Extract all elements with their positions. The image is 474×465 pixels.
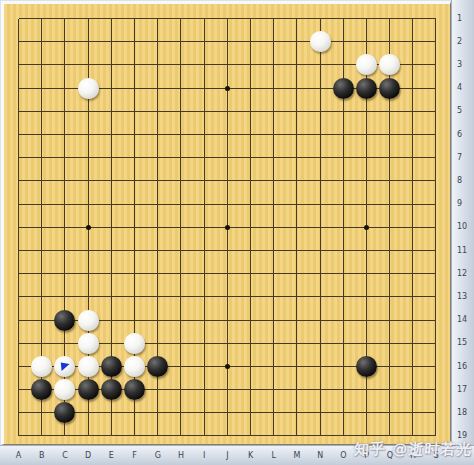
intersection-R13[interactable] [401, 285, 424, 308]
intersection-I6[interactable] [193, 123, 216, 146]
intersection-A2[interactable] [7, 30, 30, 53]
intersection-O18[interactable] [332, 401, 355, 424]
intersection-A1[interactable] [7, 7, 30, 30]
intersection-I8[interactable] [193, 169, 216, 192]
intersection-O16[interactable] [332, 355, 355, 378]
intersection-S15[interactable] [424, 332, 447, 355]
intersection-O2[interactable] [332, 30, 355, 53]
intersection-E17[interactable] [100, 378, 123, 401]
intersection-M2[interactable] [285, 30, 308, 53]
intersection-R9[interactable] [401, 193, 424, 216]
intersection-N9[interactable] [308, 193, 331, 216]
intersection-Q13[interactable] [378, 285, 401, 308]
intersection-I17[interactable] [193, 378, 216, 401]
intersection-M7[interactable] [285, 146, 308, 169]
intersection-P6[interactable] [355, 123, 378, 146]
intersection-B6[interactable] [30, 123, 53, 146]
intersection-C1[interactable] [53, 7, 76, 30]
intersection-G5[interactable] [146, 100, 169, 123]
intersection-J8[interactable] [216, 169, 239, 192]
intersection-L7[interactable] [262, 146, 285, 169]
intersection-K11[interactable] [239, 239, 262, 262]
intersection-L17[interactable] [262, 378, 285, 401]
intersection-F6[interactable] [123, 123, 146, 146]
intersection-C18[interactable] [53, 401, 76, 424]
intersection-P17[interactable] [355, 378, 378, 401]
intersection-L2[interactable] [262, 30, 285, 53]
intersection-F17[interactable] [123, 378, 146, 401]
intersection-J15[interactable] [216, 332, 239, 355]
intersection-O3[interactable] [332, 53, 355, 76]
intersection-C6[interactable] [53, 123, 76, 146]
intersection-D1[interactable] [77, 7, 100, 30]
intersection-S5[interactable] [424, 100, 447, 123]
intersection-H18[interactable] [169, 401, 192, 424]
intersection-E12[interactable] [100, 262, 123, 285]
intersection-H4[interactable] [169, 77, 192, 100]
intersection-A8[interactable] [7, 169, 30, 192]
intersection-S3[interactable] [424, 53, 447, 76]
intersection-J16[interactable] [216, 355, 239, 378]
intersection-F7[interactable] [123, 146, 146, 169]
intersection-K5[interactable] [239, 100, 262, 123]
intersection-E7[interactable] [100, 146, 123, 169]
intersection-H14[interactable] [169, 308, 192, 331]
intersection-J10[interactable] [216, 216, 239, 239]
intersection-K17[interactable] [239, 378, 262, 401]
intersection-F9[interactable] [123, 193, 146, 216]
intersection-E14[interactable] [100, 308, 123, 331]
intersection-Q6[interactable] [378, 123, 401, 146]
intersection-M10[interactable] [285, 216, 308, 239]
intersection-C8[interactable] [53, 169, 76, 192]
intersection-M1[interactable] [285, 7, 308, 30]
intersection-G9[interactable] [146, 193, 169, 216]
intersection-E13[interactable] [100, 285, 123, 308]
intersection-G17[interactable] [146, 378, 169, 401]
intersection-S11[interactable] [424, 239, 447, 262]
intersection-N8[interactable] [308, 169, 331, 192]
intersection-C15[interactable] [53, 332, 76, 355]
intersection-G10[interactable] [146, 216, 169, 239]
intersection-S17[interactable] [424, 378, 447, 401]
intersection-C16[interactable] [53, 355, 76, 378]
intersection-M17[interactable] [285, 378, 308, 401]
intersection-C4[interactable] [53, 77, 76, 100]
intersection-R6[interactable] [401, 123, 424, 146]
intersection-K13[interactable] [239, 285, 262, 308]
intersection-K7[interactable] [239, 146, 262, 169]
intersection-F1[interactable] [123, 7, 146, 30]
intersection-H15[interactable] [169, 332, 192, 355]
intersection-Q17[interactable] [378, 378, 401, 401]
intersection-O7[interactable] [332, 146, 355, 169]
intersection-K1[interactable] [239, 7, 262, 30]
intersection-B8[interactable] [30, 169, 53, 192]
intersection-C9[interactable] [53, 193, 76, 216]
intersection-F15[interactable] [123, 332, 146, 355]
intersection-O13[interactable] [332, 285, 355, 308]
intersection-C7[interactable] [53, 146, 76, 169]
intersection-D8[interactable] [77, 169, 100, 192]
intersection-D14[interactable] [77, 308, 100, 331]
intersection-J14[interactable] [216, 308, 239, 331]
intersection-B15[interactable] [30, 332, 53, 355]
intersection-F16[interactable] [123, 355, 146, 378]
intersection-Q18[interactable] [378, 401, 401, 424]
intersection-D11[interactable] [77, 239, 100, 262]
intersection-I12[interactable] [193, 262, 216, 285]
intersection-A16[interactable] [7, 355, 30, 378]
intersection-D7[interactable] [77, 146, 100, 169]
intersection-F2[interactable] [123, 30, 146, 53]
intersection-D12[interactable] [77, 262, 100, 285]
intersection-J3[interactable] [216, 53, 239, 76]
intersection-E9[interactable] [100, 193, 123, 216]
intersection-O12[interactable] [332, 262, 355, 285]
intersection-I11[interactable] [193, 239, 216, 262]
intersection-A9[interactable] [7, 193, 30, 216]
intersection-K18[interactable] [239, 401, 262, 424]
intersection-N18[interactable] [308, 401, 331, 424]
intersection-R7[interactable] [401, 146, 424, 169]
intersection-I1[interactable] [193, 7, 216, 30]
intersection-D10[interactable] [77, 216, 100, 239]
intersection-D16[interactable] [77, 355, 100, 378]
intersection-A14[interactable] [7, 308, 30, 331]
intersection-D2[interactable] [77, 30, 100, 53]
intersection-P1[interactable] [355, 7, 378, 30]
intersection-B9[interactable] [30, 193, 53, 216]
intersection-P11[interactable] [355, 239, 378, 262]
intersection-P5[interactable] [355, 100, 378, 123]
intersection-K16[interactable] [239, 355, 262, 378]
intersection-R1[interactable] [401, 7, 424, 30]
intersection-H13[interactable] [169, 285, 192, 308]
intersection-R14[interactable] [401, 308, 424, 331]
intersection-K4[interactable] [239, 77, 262, 100]
intersection-G11[interactable] [146, 239, 169, 262]
intersection-A15[interactable] [7, 332, 30, 355]
intersection-I13[interactable] [193, 285, 216, 308]
intersection-B10[interactable] [30, 216, 53, 239]
intersection-D9[interactable] [77, 193, 100, 216]
intersection-B18[interactable] [30, 401, 53, 424]
intersection-P12[interactable] [355, 262, 378, 285]
intersection-J1[interactable] [216, 7, 239, 30]
intersection-M14[interactable] [285, 308, 308, 331]
intersection-P14[interactable] [355, 308, 378, 331]
intersection-C14[interactable] [53, 308, 76, 331]
intersection-R8[interactable] [401, 169, 424, 192]
intersection-S16[interactable] [424, 355, 447, 378]
intersection-P3[interactable] [355, 53, 378, 76]
intersection-L18[interactable] [262, 401, 285, 424]
intersection-O14[interactable] [332, 308, 355, 331]
intersection-K3[interactable] [239, 53, 262, 76]
intersection-I18[interactable] [193, 401, 216, 424]
intersection-Q3[interactable] [378, 53, 401, 76]
intersection-H16[interactable] [169, 355, 192, 378]
intersection-S13[interactable] [424, 285, 447, 308]
intersection-N4[interactable] [308, 77, 331, 100]
intersection-H8[interactable] [169, 169, 192, 192]
intersection-Q11[interactable] [378, 239, 401, 262]
intersection-H3[interactable] [169, 53, 192, 76]
intersection-G15[interactable] [146, 332, 169, 355]
intersection-A18[interactable] [7, 401, 30, 424]
intersection-A5[interactable] [7, 100, 30, 123]
intersection-E11[interactable] [100, 239, 123, 262]
intersection-I3[interactable] [193, 53, 216, 76]
intersection-K6[interactable] [239, 123, 262, 146]
intersection-R5[interactable] [401, 100, 424, 123]
intersection-E3[interactable] [100, 53, 123, 76]
intersection-L16[interactable] [262, 355, 285, 378]
intersection-D15[interactable] [77, 332, 100, 355]
intersection-Q1[interactable] [378, 7, 401, 30]
intersection-E16[interactable] [100, 355, 123, 378]
intersection-L14[interactable] [262, 308, 285, 331]
intersection-D6[interactable] [77, 123, 100, 146]
intersection-O9[interactable] [332, 193, 355, 216]
intersection-B7[interactable] [30, 146, 53, 169]
intersection-Q12[interactable] [378, 262, 401, 285]
intersection-B4[interactable] [30, 77, 53, 100]
intersection-O6[interactable] [332, 123, 355, 146]
intersection-P16[interactable] [355, 355, 378, 378]
intersection-G4[interactable] [146, 77, 169, 100]
intersection-K14[interactable] [239, 308, 262, 331]
intersection-K15[interactable] [239, 332, 262, 355]
intersection-J18[interactable] [216, 401, 239, 424]
intersection-A11[interactable] [7, 239, 30, 262]
intersection-I15[interactable] [193, 332, 216, 355]
intersection-J5[interactable] [216, 100, 239, 123]
intersection-L5[interactable] [262, 100, 285, 123]
intersection-I5[interactable] [193, 100, 216, 123]
intersection-B12[interactable] [30, 262, 53, 285]
intersection-Q15[interactable] [378, 332, 401, 355]
intersection-O5[interactable] [332, 100, 355, 123]
intersection-S9[interactable] [424, 193, 447, 216]
intersection-S8[interactable] [424, 169, 447, 192]
intersection-P7[interactable] [355, 146, 378, 169]
intersection-F14[interactable] [123, 308, 146, 331]
intersection-O1[interactable] [332, 7, 355, 30]
intersection-F5[interactable] [123, 100, 146, 123]
intersection-P13[interactable] [355, 285, 378, 308]
intersection-S7[interactable] [424, 146, 447, 169]
intersection-L1[interactable] [262, 7, 285, 30]
intersection-N6[interactable] [308, 123, 331, 146]
intersection-C3[interactable] [53, 53, 76, 76]
intersection-Q16[interactable] [378, 355, 401, 378]
intersection-G14[interactable] [146, 308, 169, 331]
intersection-E4[interactable] [100, 77, 123, 100]
intersection-H12[interactable] [169, 262, 192, 285]
intersection-P18[interactable] [355, 401, 378, 424]
intersection-F18[interactable] [123, 401, 146, 424]
intersection-M13[interactable] [285, 285, 308, 308]
intersection-I16[interactable] [193, 355, 216, 378]
intersection-B2[interactable] [30, 30, 53, 53]
intersection-Q9[interactable] [378, 193, 401, 216]
intersection-A3[interactable] [7, 53, 30, 76]
intersection-H7[interactable] [169, 146, 192, 169]
intersection-R3[interactable] [401, 53, 424, 76]
intersection-O17[interactable] [332, 378, 355, 401]
intersection-B16[interactable] [30, 355, 53, 378]
intersection-G12[interactable] [146, 262, 169, 285]
intersection-M11[interactable] [285, 239, 308, 262]
intersection-A6[interactable] [7, 123, 30, 146]
intersection-E18[interactable] [100, 401, 123, 424]
intersection-C13[interactable] [53, 285, 76, 308]
intersection-C11[interactable] [53, 239, 76, 262]
intersection-R16[interactable] [401, 355, 424, 378]
intersection-B13[interactable] [30, 285, 53, 308]
intersection-B14[interactable] [30, 308, 53, 331]
intersection-C10[interactable] [53, 216, 76, 239]
intersection-N17[interactable] [308, 378, 331, 401]
intersection-N16[interactable] [308, 355, 331, 378]
intersection-K12[interactable] [239, 262, 262, 285]
intersection-G7[interactable] [146, 146, 169, 169]
intersection-R4[interactable] [401, 77, 424, 100]
intersection-G18[interactable] [146, 401, 169, 424]
intersection-N13[interactable] [308, 285, 331, 308]
intersection-E15[interactable] [100, 332, 123, 355]
intersection-M3[interactable] [285, 53, 308, 76]
intersection-C17[interactable] [53, 378, 76, 401]
intersection-N12[interactable] [308, 262, 331, 285]
intersection-J12[interactable] [216, 262, 239, 285]
intersection-N3[interactable] [308, 53, 331, 76]
intersection-D5[interactable] [77, 100, 100, 123]
intersection-Q10[interactable] [378, 216, 401, 239]
intersection-I4[interactable] [193, 77, 216, 100]
intersection-E10[interactable] [100, 216, 123, 239]
intersection-R18[interactable] [401, 401, 424, 424]
intersection-L3[interactable] [262, 53, 285, 76]
intersection-N10[interactable] [308, 216, 331, 239]
intersection-A10[interactable] [7, 216, 30, 239]
intersection-L8[interactable] [262, 169, 285, 192]
intersection-K8[interactable] [239, 169, 262, 192]
intersection-N15[interactable] [308, 332, 331, 355]
intersection-Q7[interactable] [378, 146, 401, 169]
intersection-Q8[interactable] [378, 169, 401, 192]
intersection-C5[interactable] [53, 100, 76, 123]
intersection-J11[interactable] [216, 239, 239, 262]
intersection-B5[interactable] [30, 100, 53, 123]
intersection-N5[interactable] [308, 100, 331, 123]
intersection-J9[interactable] [216, 193, 239, 216]
intersection-G1[interactable] [146, 7, 169, 30]
intersection-D3[interactable] [77, 53, 100, 76]
intersection-P2[interactable] [355, 30, 378, 53]
intersection-R11[interactable] [401, 239, 424, 262]
intersection-A17[interactable] [7, 378, 30, 401]
intersection-M9[interactable] [285, 193, 308, 216]
intersection-S10[interactable] [424, 216, 447, 239]
intersection-E6[interactable] [100, 123, 123, 146]
intersection-L12[interactable] [262, 262, 285, 285]
intersection-A13[interactable] [7, 285, 30, 308]
intersection-J4[interactable] [216, 77, 239, 100]
intersection-N11[interactable] [308, 239, 331, 262]
intersection-I9[interactable] [193, 193, 216, 216]
intersection-Q2[interactable] [378, 30, 401, 53]
intersection-L15[interactable] [262, 332, 285, 355]
intersection-R12[interactable] [401, 262, 424, 285]
intersection-Q4[interactable] [378, 77, 401, 100]
intersection-P15[interactable] [355, 332, 378, 355]
intersection-S12[interactable] [424, 262, 447, 285]
intersection-I7[interactable] [193, 146, 216, 169]
intersection-M12[interactable] [285, 262, 308, 285]
intersection-K2[interactable] [239, 30, 262, 53]
intersection-J6[interactable] [216, 123, 239, 146]
intersection-G6[interactable] [146, 123, 169, 146]
intersection-N1[interactable] [308, 7, 331, 30]
intersection-N14[interactable] [308, 308, 331, 331]
intersection-P9[interactable] [355, 193, 378, 216]
intersection-L6[interactable] [262, 123, 285, 146]
intersection-E2[interactable] [100, 30, 123, 53]
intersection-H10[interactable] [169, 216, 192, 239]
intersection-C12[interactable] [53, 262, 76, 285]
intersection-S18[interactable] [424, 401, 447, 424]
intersection-O15[interactable] [332, 332, 355, 355]
intersection-L4[interactable] [262, 77, 285, 100]
intersection-Q14[interactable] [378, 308, 401, 331]
intersection-F10[interactable] [123, 216, 146, 239]
intersection-B3[interactable] [30, 53, 53, 76]
intersection-R15[interactable] [401, 332, 424, 355]
intersection-O8[interactable] [332, 169, 355, 192]
intersection-H9[interactable] [169, 193, 192, 216]
intersection-R17[interactable] [401, 378, 424, 401]
intersection-D17[interactable] [77, 378, 100, 401]
intersection-F8[interactable] [123, 169, 146, 192]
intersection-G8[interactable] [146, 169, 169, 192]
intersection-E5[interactable] [100, 100, 123, 123]
intersection-O11[interactable] [332, 239, 355, 262]
intersection-O4[interactable] [332, 77, 355, 100]
intersection-F12[interactable] [123, 262, 146, 285]
intersection-Q5[interactable] [378, 100, 401, 123]
intersection-J13[interactable] [216, 285, 239, 308]
intersection-D4[interactable] [77, 77, 100, 100]
intersection-L9[interactable] [262, 193, 285, 216]
intersection-M4[interactable] [285, 77, 308, 100]
intersection-H5[interactable] [169, 100, 192, 123]
intersection-J17[interactable] [216, 378, 239, 401]
intersection-H6[interactable] [169, 123, 192, 146]
intersection-B1[interactable] [30, 7, 53, 30]
intersection-S2[interactable] [424, 30, 447, 53]
intersection-S4[interactable] [424, 77, 447, 100]
intersection-L11[interactable] [262, 239, 285, 262]
intersection-G3[interactable] [146, 53, 169, 76]
intersection-F3[interactable] [123, 53, 146, 76]
intersection-M15[interactable] [285, 332, 308, 355]
intersection-K10[interactable] [239, 216, 262, 239]
intersection-I10[interactable] [193, 216, 216, 239]
intersection-M8[interactable] [285, 169, 308, 192]
